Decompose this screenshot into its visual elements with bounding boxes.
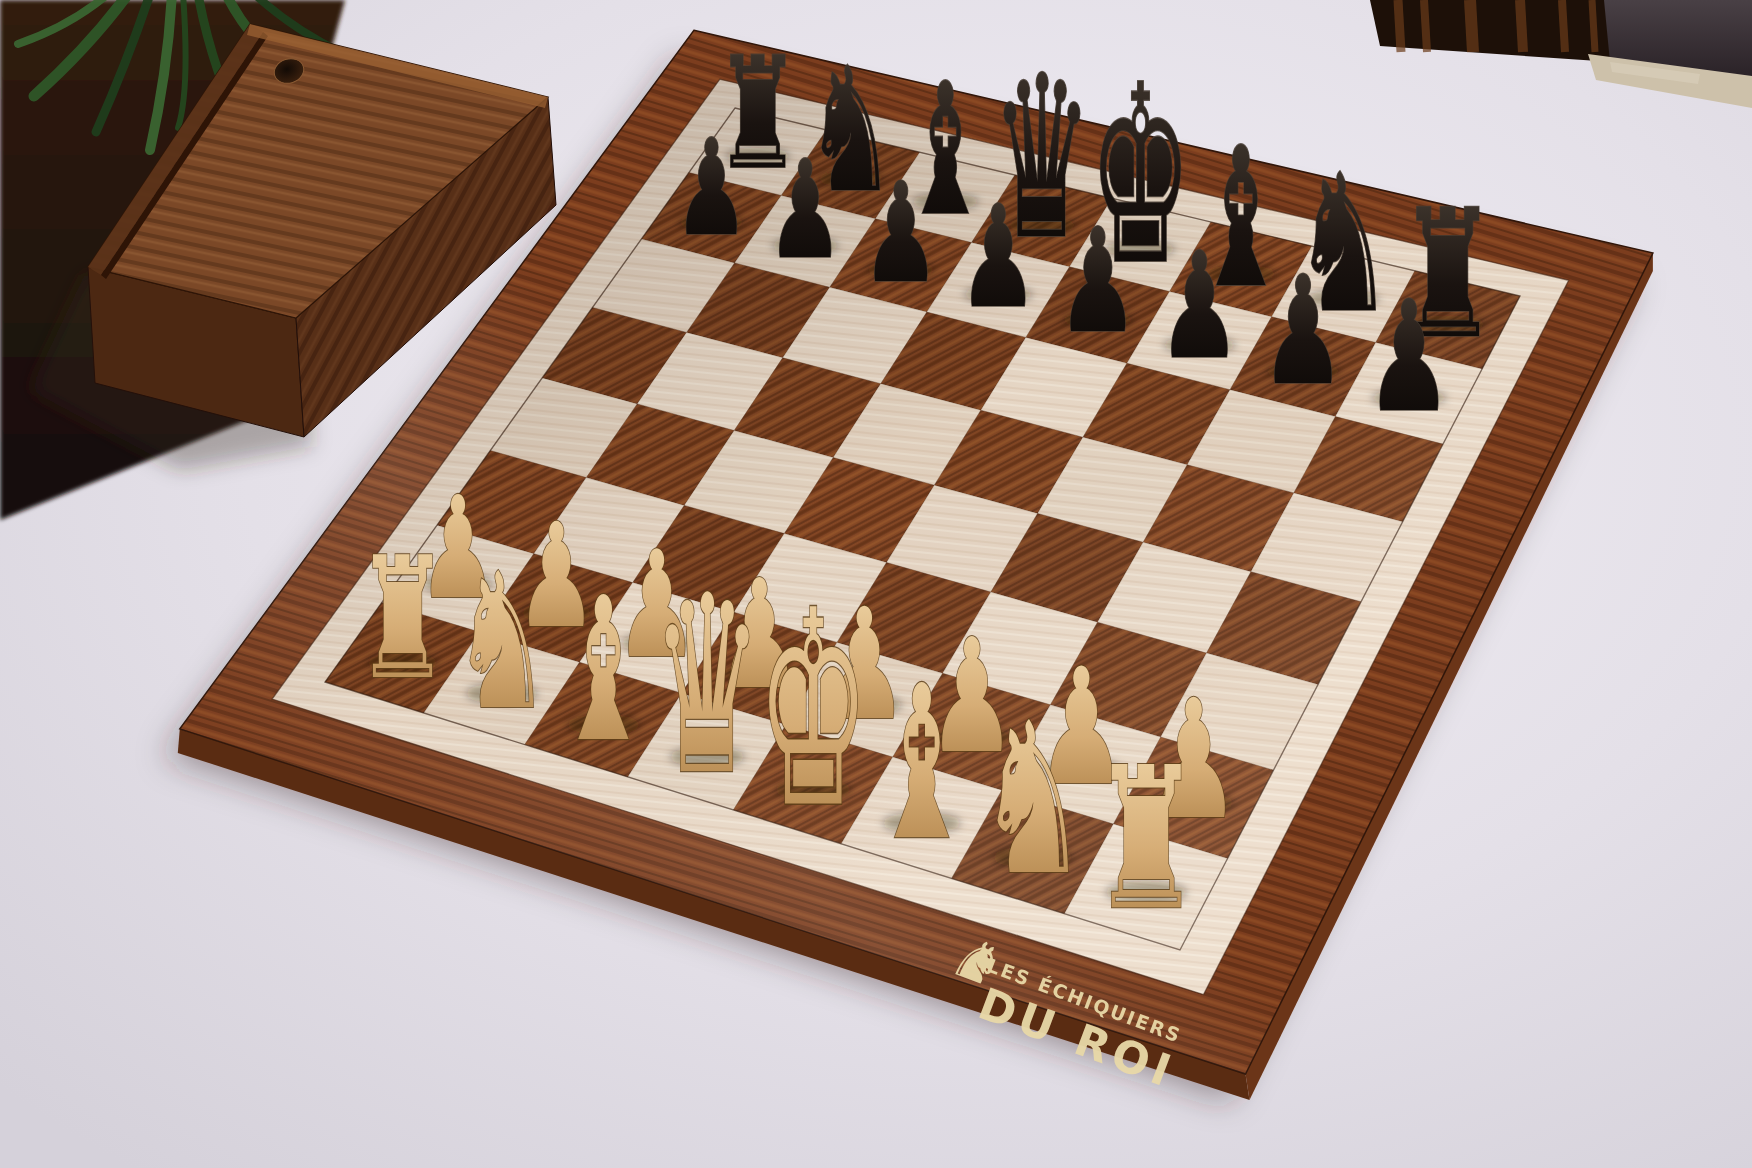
piece-black-pawn-b7: ♟	[767, 132, 844, 290]
piece-black-pawn-g7: ♟	[1260, 243, 1345, 419]
piece-white-king-e1: ♚	[757, 552, 870, 867]
piece-white-bishop-c1: ♝	[555, 555, 651, 786]
piece-black-pawn-a7: ♟	[674, 111, 749, 265]
piece-black-pawn-h7: ♟	[1365, 267, 1452, 445]
piece-white-rook-a1: ♜	[355, 521, 449, 716]
piece-white-bishop-f1: ♝	[870, 641, 973, 887]
piece-black-pawn-d7: ♟	[958, 175, 1038, 340]
piece-black-pawn-f7: ♟	[1158, 220, 1241, 391]
piece-white-rook-h1: ♜	[1091, 724, 1201, 953]
scene-svg: ♞LES ÉCHIQUIERSDU ROI ♜♞♝♟♛♟♚♟♝♟♞♟♜♟♟♟♟♟…	[0, 0, 1752, 1168]
piece-white-knight-b1: ♞	[452, 533, 551, 751]
piece-black-pawn-e7: ♟	[1057, 197, 1139, 364]
piece-white-knight-g1: ♞	[977, 676, 1088, 921]
piece-black-pawn-c7: ♟	[862, 152, 941, 313]
piece-white-queen-d1: ♛	[652, 542, 762, 829]
photo-scene: ♞LES ÉCHIQUIERSDU ROI ♜♞♝♟♛♟♚♟♝♟♞♟♜♟♟♟♟♟…	[0, 0, 1752, 1168]
